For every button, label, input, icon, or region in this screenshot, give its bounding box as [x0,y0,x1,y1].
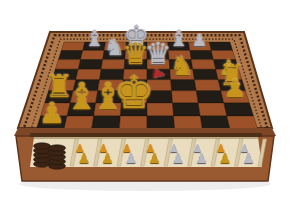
square-b1[interactable] [64,116,94,130]
square-g5[interactable] [193,69,218,79]
square-f2[interactable] [173,103,201,116]
square-a8[interactable] [61,42,85,51]
drawer-pawn-silver[interactable]: ♟ [242,151,255,165]
square-f3[interactable] [172,91,199,103]
drawer-pawn-gold[interactable]: ♟ [148,151,161,165]
square-f1[interactable] [174,116,203,130]
square-h1[interactable] [227,116,258,130]
square-h2[interactable] [224,103,254,116]
drawer-pawn-gold[interactable]: ♟ [219,151,232,165]
chess-piece-gold-pawn[interactable]: ♟ [224,77,246,102]
chess-piece-silver-pawn[interactable]: ♟ [192,33,207,50]
square-g3[interactable] [196,91,224,103]
chess-piece-gold-knight[interactable]: ♞ [170,52,194,79]
checker-disc[interactable] [49,145,66,151]
chess-piece-silver-bishop[interactable]: ♝ [84,27,105,50]
drawer-pawn-gold[interactable]: ♟ [78,151,91,165]
drawer-pawn-gold[interactable]: ♟ [101,151,114,165]
square-g1[interactable] [200,116,230,130]
chess-set-scene: ♝♞♚♛♝♟♟♜♝♝♚♛♞♟♜♟♟ ♟♟♟♟♟♟♟♟♟♟♟♟♟♟♟♟ [0,0,290,197]
square-a7[interactable] [58,51,82,60]
square-g2[interactable] [198,103,227,116]
drawer-pawn-silver[interactable]: ♟ [195,151,208,165]
square-g4[interactable] [195,80,221,91]
square-g6[interactable] [191,60,216,70]
drawer-back-gap [30,133,262,137]
chess-piece-gold-king[interactable]: ♚ [114,70,155,116]
chess-piece-gold-pawn[interactable]: ♟ [39,99,65,128]
square-b6[interactable] [78,60,103,70]
square-f4[interactable] [171,80,197,91]
drawer-pawn-silver[interactable]: ♟ [125,151,138,165]
drawer-pawn-silver[interactable]: ♟ [172,151,185,165]
checker-disc[interactable] [34,143,51,149]
square-b7[interactable] [81,51,105,60]
chess-piece-gold-queen[interactable]: ♛ [122,39,149,69]
square-h8[interactable] [209,42,232,51]
drawer-felt-shadow [34,137,258,139]
